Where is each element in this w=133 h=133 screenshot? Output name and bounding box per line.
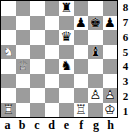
square-a2[interactable] bbox=[1, 88, 16, 103]
black-knight-glyph: ♞ bbox=[59, 59, 74, 74]
square-h4[interactable] bbox=[103, 59, 118, 74]
square-f6[interactable] bbox=[74, 30, 89, 45]
rank-label-1: 1 bbox=[118, 103, 133, 118]
black-pawn: ♟ bbox=[103, 16, 118, 31]
square-c7[interactable] bbox=[30, 16, 45, 31]
square-g3[interactable] bbox=[88, 74, 103, 89]
square-b4[interactable]: ♛♕ bbox=[16, 59, 31, 74]
black-pawn: ♟ bbox=[74, 16, 89, 31]
black-pawn-glyph: ♟ bbox=[74, 16, 89, 31]
square-b6[interactable] bbox=[16, 30, 31, 45]
white-pawn-fill: ♟ bbox=[88, 88, 103, 103]
square-e5[interactable] bbox=[59, 45, 74, 60]
file-label-a: a bbox=[0, 118, 15, 133]
square-g5[interactable]: ♝ bbox=[88, 45, 103, 60]
square-h3[interactable] bbox=[103, 74, 118, 89]
black-bishop-glyph: ♝ bbox=[88, 45, 103, 60]
black-pawn-glyph: ♟ bbox=[103, 16, 118, 31]
square-b8[interactable] bbox=[16, 1, 31, 16]
square-a4[interactable] bbox=[1, 59, 16, 74]
square-f7[interactable]: ♟ bbox=[74, 16, 89, 31]
rank-labels: 87654321 bbox=[118, 0, 133, 118]
white-king: ♚♔ bbox=[103, 103, 118, 118]
square-e1[interactable] bbox=[59, 103, 74, 118]
square-c2[interactable] bbox=[30, 88, 45, 103]
white-knight: ♞♘ bbox=[1, 45, 16, 60]
white-rook-fill: ♜ bbox=[1, 103, 16, 118]
black-king-glyph: ♚ bbox=[88, 16, 103, 31]
square-h1[interactable]: ♚♔ bbox=[103, 103, 118, 118]
white-pawn-outline: ♙ bbox=[88, 88, 103, 103]
square-d2[interactable] bbox=[45, 88, 60, 103]
square-a1[interactable]: ♜♖ bbox=[1, 103, 16, 118]
rank-label-6: 6 bbox=[118, 30, 133, 45]
corner-spacer bbox=[118, 118, 133, 133]
white-knight-outline: ♘ bbox=[1, 45, 16, 60]
black-bishop: ♝ bbox=[88, 45, 103, 60]
square-g6[interactable] bbox=[88, 30, 103, 45]
square-e7[interactable] bbox=[59, 16, 74, 31]
file-label-h: h bbox=[103, 118, 118, 133]
white-queen-fill: ♛ bbox=[16, 59, 31, 74]
square-e2[interactable] bbox=[59, 88, 74, 103]
file-label-d: d bbox=[44, 118, 59, 133]
square-f8[interactable] bbox=[74, 1, 89, 16]
white-rook-fill: ♜ bbox=[74, 103, 89, 118]
white-pawn: ♟♙ bbox=[103, 88, 118, 103]
square-h2[interactable]: ♟♙ bbox=[103, 88, 118, 103]
square-b5[interactable] bbox=[16, 45, 31, 60]
square-f2[interactable] bbox=[74, 88, 89, 103]
square-c4[interactable] bbox=[30, 59, 45, 74]
rank-label-5: 5 bbox=[118, 44, 133, 59]
square-d1[interactable] bbox=[45, 103, 60, 118]
white-pawn: ♟♙ bbox=[88, 88, 103, 103]
square-b3[interactable] bbox=[16, 74, 31, 89]
black-rook-glyph: ♜ bbox=[59, 1, 74, 16]
square-e3[interactable] bbox=[59, 74, 74, 89]
square-h5[interactable] bbox=[103, 45, 118, 60]
square-a7[interactable] bbox=[1, 16, 16, 31]
white-king-outline: ♔ bbox=[103, 103, 118, 118]
black-queen-glyph: ♛ bbox=[59, 30, 74, 45]
square-b2[interactable] bbox=[16, 88, 31, 103]
file-label-f: f bbox=[74, 118, 89, 133]
square-e4[interactable]: ♞ bbox=[59, 59, 74, 74]
black-knight: ♞ bbox=[59, 59, 74, 74]
white-rook-outline: ♖ bbox=[1, 103, 16, 118]
white-pawn-outline: ♙ bbox=[103, 88, 118, 103]
rank-label-2: 2 bbox=[118, 89, 133, 104]
rank-label-8: 8 bbox=[118, 0, 133, 15]
square-a8[interactable] bbox=[1, 1, 16, 16]
file-label-c: c bbox=[30, 118, 45, 133]
rank-label-3: 3 bbox=[118, 74, 133, 89]
square-e6[interactable]: ♛ bbox=[59, 30, 74, 45]
square-f5[interactable] bbox=[74, 45, 89, 60]
file-label-e: e bbox=[59, 118, 74, 133]
white-king-fill: ♚ bbox=[103, 103, 118, 118]
square-d3[interactable] bbox=[45, 74, 60, 89]
square-c6[interactable] bbox=[30, 30, 45, 45]
square-b7[interactable] bbox=[16, 16, 31, 31]
square-a6[interactable] bbox=[1, 30, 16, 45]
square-h7[interactable]: ♟ bbox=[103, 16, 118, 31]
square-g1[interactable] bbox=[88, 103, 103, 118]
white-rook-outline: ♖ bbox=[74, 103, 89, 118]
black-rook: ♜ bbox=[59, 1, 74, 16]
file-label-g: g bbox=[89, 118, 104, 133]
square-d8[interactable] bbox=[45, 1, 60, 16]
square-g7[interactable]: ♚ bbox=[88, 16, 103, 31]
square-f3[interactable] bbox=[74, 74, 89, 89]
square-c1[interactable] bbox=[30, 103, 45, 118]
white-queen: ♛♕ bbox=[16, 59, 31, 74]
black-king: ♚ bbox=[88, 16, 103, 31]
square-h8[interactable] bbox=[103, 1, 118, 16]
chess-board: ♜♟♚♟♛♞♘♝♛♕♞♟♙♟♙♜♖♜♖♚♔ bbox=[0, 0, 118, 118]
file-labels: abcdefgh bbox=[0, 118, 118, 133]
white-pawn-fill: ♟ bbox=[103, 88, 118, 103]
white-queen-outline: ♕ bbox=[16, 59, 31, 74]
white-rook: ♜♖ bbox=[1, 103, 16, 118]
chess-diagram: ♜♟♚♟♛♞♘♝♛♕♞♟♙♟♙♜♖♜♖♚♔ 87654321 abcdefgh bbox=[0, 0, 133, 133]
black-queen: ♛ bbox=[59, 30, 74, 45]
square-f1[interactable]: ♜♖ bbox=[74, 103, 89, 118]
square-c3[interactable] bbox=[30, 74, 45, 89]
white-rook: ♜♖ bbox=[74, 103, 89, 118]
square-c5[interactable] bbox=[30, 45, 45, 60]
square-f4[interactable] bbox=[74, 59, 89, 74]
square-g4[interactable] bbox=[88, 59, 103, 74]
square-a3[interactable] bbox=[1, 74, 16, 89]
square-d5[interactable] bbox=[45, 45, 60, 60]
square-g2[interactable]: ♟♙ bbox=[88, 88, 103, 103]
square-d6[interactable] bbox=[45, 30, 60, 45]
square-g8[interactable] bbox=[88, 1, 103, 16]
square-b1[interactable] bbox=[16, 103, 31, 118]
rank-label-4: 4 bbox=[118, 59, 133, 74]
white-knight-fill: ♞ bbox=[1, 45, 16, 60]
square-e8[interactable]: ♜ bbox=[59, 1, 74, 16]
file-label-b: b bbox=[15, 118, 30, 133]
square-c8[interactable] bbox=[30, 1, 45, 16]
square-d4[interactable] bbox=[45, 59, 60, 74]
rank-label-7: 7 bbox=[118, 15, 133, 30]
square-h6[interactable] bbox=[103, 30, 118, 45]
square-a5[interactable]: ♞♘ bbox=[1, 45, 16, 60]
square-d7[interactable] bbox=[45, 16, 60, 31]
